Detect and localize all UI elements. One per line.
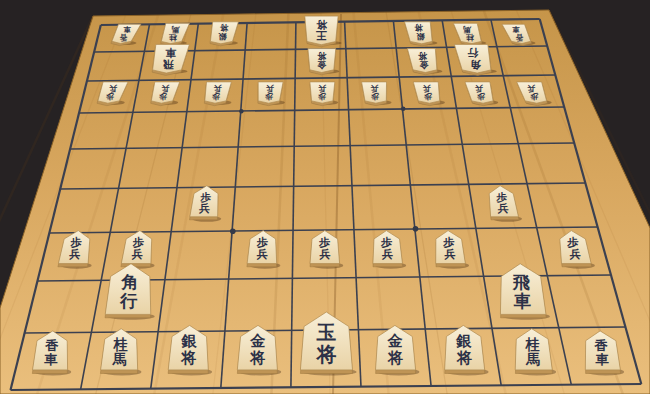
piece-kanji: 兵 [198,202,210,214]
piece-kanji: 歩 [567,236,579,249]
piece-kanji: 金 [419,60,430,70]
piece-white-pawn-7c[interactable]: 歩兵 [204,82,231,106]
piece-kanji: 兵 [497,202,509,214]
piece-kanji: 将 [414,23,424,33]
piece-kanji: 将 [418,51,428,61]
piece-kanji: 銀 [181,332,198,350]
piece-kanji: 歩 [380,236,392,249]
piece-kanji: 将 [219,23,229,33]
piece-kanji: 将 [456,349,473,367]
piece-kanji: 玉 [316,321,337,344]
piece-kanji: 行 [119,291,137,311]
piece-white-gold-5b[interactable]: 金将 [308,49,339,75]
scene: 香車 桂馬 銀将 王将 銀将 桂馬 香車 飛車 金将 [0,0,650,394]
piece-kanji: 車 [513,291,531,311]
piece-kanji: 銀 [455,332,472,350]
piece-kanji: 歩 [199,191,211,203]
piece-kanji: 歩 [132,236,144,249]
piece-kanji: 飛 [512,272,530,292]
piece-kanji: 将 [317,51,327,61]
piece-kanji: 香 [44,338,59,353]
piece-kanji: 将 [316,18,328,31]
piece-kanji: 兵 [266,84,275,93]
piece-kanji: 兵 [132,248,143,261]
piece-kanji: 角 [120,272,138,292]
piece-kanji: 歩 [256,236,268,249]
piece-kanji: 兵 [371,84,380,93]
piece-kanji: 車 [595,352,610,367]
piece-kanji: 将 [180,349,197,367]
piece-kanji: 兵 [318,84,327,93]
piece-white-pawn-8c[interactable]: 歩兵 [151,82,180,106]
piece-kanji: 車 [165,46,176,59]
piece-kanji: 将 [249,349,266,367]
shogi-board: 香車 桂馬 銀将 王将 銀将 桂馬 香車 飛車 金将 [0,0,650,394]
piece-kanji: 歩 [495,191,507,203]
piece-kanji: 馬 [171,25,180,34]
piece-kanji: 兵 [319,248,330,261]
piece-kanji: 兵 [475,84,484,93]
piece-kanji: 兵 [109,84,118,93]
piece-kanji: 兵 [214,84,223,93]
piece-kanji: 将 [316,343,337,366]
piece-kanji: 歩 [318,236,330,249]
piece-kanji: 歩 [70,236,82,249]
star-point [413,226,419,232]
piece-kanji: 兵 [69,248,80,261]
piece-kanji: 桂 [113,336,128,352]
piece-kanji: 馬 [525,351,540,367]
piece-white-pawn-6c[interactable]: 歩兵 [258,82,285,106]
piece-kanji: 兵 [423,84,432,93]
piece-kanji: 将 [387,349,404,367]
piece-kanji: 車 [43,352,58,367]
piece-kanji: 金 [387,332,404,350]
star-point [401,107,405,111]
piece-white-pawn-5c[interactable]: 歩兵 [310,82,338,106]
piece-kanji: 歩 [442,236,454,249]
piece-white-rook-8b[interactable]: 飛車 [152,44,189,75]
piece-kanji: 兵 [444,248,455,261]
piece-kanji: 馬 [112,351,127,367]
piece-kanji: 兵 [162,84,171,93]
piece-kanji: 金 [249,332,266,350]
piece-kanji: 行 [467,46,479,59]
piece-kanji: 馬 [463,25,472,34]
piece-white-silver-7a[interactable]: 銀将 [210,22,238,46]
piece-kanji: 桂 [524,336,539,352]
piece-kanji: 金 [316,60,327,70]
piece-kanji: 車 [511,25,520,34]
piece-kanji: 香 [594,338,609,353]
piece-kanji: 兵 [527,84,536,93]
piece-white-king-5a[interactable]: 王将 [305,16,342,47]
piece-kanji: 兵 [257,248,268,261]
piece-kanji: 兵 [382,248,393,261]
piece-kanji: 車 [123,25,132,34]
piece-kanji: 兵 [569,248,580,261]
star-point [230,228,236,234]
star-point [239,109,243,113]
